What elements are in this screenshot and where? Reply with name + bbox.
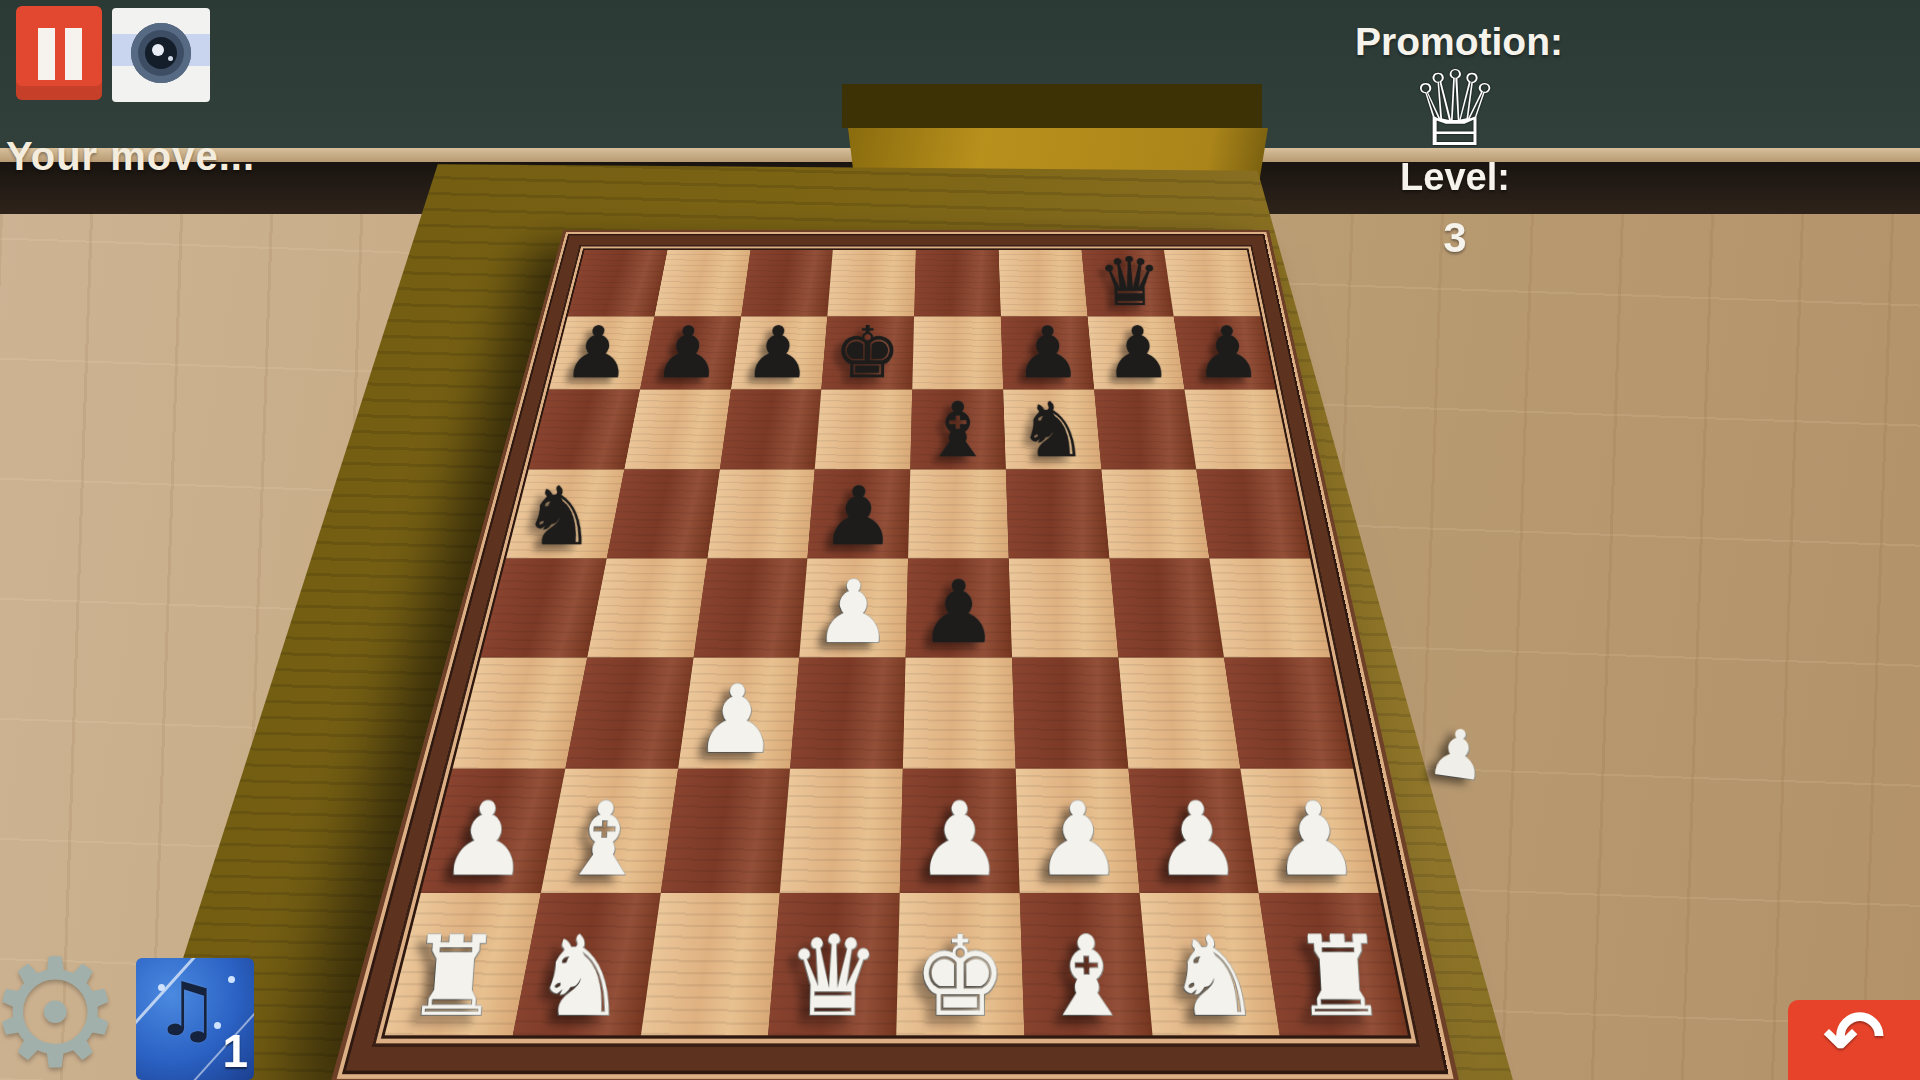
square-g7[interactable]: ♟ (1087, 316, 1184, 389)
square-h3[interactable] (1224, 657, 1353, 768)
square-c3[interactable]: ♟ (678, 657, 800, 768)
pause-icon (38, 28, 55, 80)
square-c5[interactable] (707, 470, 815, 559)
square-d6[interactable] (815, 389, 912, 469)
square-b5[interactable] (607, 470, 720, 559)
square-d2[interactable] (780, 768, 903, 893)
square-a5[interactable]: ♞ (506, 470, 624, 559)
square-h8[interactable] (1164, 250, 1260, 316)
square-c8[interactable] (741, 250, 833, 316)
square-f4[interactable] (1009, 558, 1118, 657)
black-pawn[interactable]: ♟ (1092, 313, 1185, 392)
square-f2[interactable]: ♟ (1015, 768, 1139, 893)
square-d4[interactable]: ♟ (799, 558, 908, 657)
square-f3[interactable] (1012, 657, 1128, 768)
black-pawn[interactable]: ♟ (640, 313, 734, 392)
square-e5[interactable] (908, 470, 1009, 559)
square-d1[interactable]: ♛ (768, 893, 899, 1035)
white-pawn[interactable]: ♟ (900, 784, 1020, 897)
square-f5[interactable] (1006, 470, 1109, 559)
square-g5[interactable] (1101, 470, 1210, 559)
square-b8[interactable] (654, 250, 750, 316)
black-pawn[interactable]: ♟ (731, 313, 823, 392)
square-g1[interactable]: ♞ (1139, 893, 1280, 1035)
square-b6[interactable] (624, 389, 731, 469)
square-c6[interactable] (719, 389, 821, 469)
chess-3d-app: ♛♟♟♟♚♟♟♟♝♞♞♟♟♟♟♟♝♟♟♟♟♜♞♛♚♝♞♜ ♟ Your move… (0, 0, 1920, 1080)
square-g4[interactable] (1109, 558, 1224, 657)
pause-icon (65, 28, 82, 80)
level-label: Level: (1355, 156, 1555, 199)
white-knight[interactable]: ♞ (1148, 916, 1279, 1039)
black-knight[interactable]: ♞ (507, 472, 612, 562)
undo-arrow-icon: ↶ (1788, 994, 1920, 1080)
camera-lens-glint (168, 56, 173, 61)
square-e4[interactable]: ♟ (906, 558, 1012, 657)
square-c4[interactable] (693, 558, 807, 657)
black-queen[interactable]: ♛ (1085, 245, 1173, 320)
camera-button[interactable] (112, 8, 210, 102)
white-pawn[interactable]: ♟ (1136, 784, 1259, 897)
square-h2[interactable]: ♟ (1241, 768, 1379, 893)
undo-button[interactable]: ↶ (1788, 1000, 1920, 1080)
board-grid[interactable]: ♛♟♟♟♚♟♟♟♝♞♞♟♟♟♟♟♝♟♟♟♟♜♞♛♚♝♞♜ (385, 250, 1408, 1035)
square-h6[interactable] (1185, 389, 1292, 469)
square-d5[interactable]: ♟ (808, 470, 911, 559)
square-a4[interactable] (481, 558, 607, 657)
square-b2[interactable]: ♝ (541, 768, 678, 893)
square-d3[interactable] (790, 657, 905, 768)
camera-lens-glint (152, 44, 164, 56)
square-a6[interactable] (529, 389, 640, 469)
white-pawn[interactable]: ♟ (800, 564, 907, 661)
status-text: Your move... (6, 134, 255, 179)
square-d7[interactable]: ♚ (821, 316, 914, 389)
music-count-badge: 1 (222, 1024, 248, 1078)
level-value: 3 (1355, 214, 1555, 262)
square-g3[interactable] (1118, 657, 1241, 768)
white-bishop[interactable]: ♝ (1023, 916, 1152, 1039)
black-pawn[interactable]: ♟ (808, 472, 909, 562)
square-e3[interactable] (903, 657, 1016, 768)
black-knight[interactable]: ♞ (1005, 388, 1101, 472)
square-d8[interactable] (827, 250, 915, 316)
captured-white-pawn: ♟ (1423, 712, 1492, 796)
square-f8[interactable] (999, 250, 1088, 316)
black-pawn[interactable]: ♟ (1181, 313, 1275, 392)
white-pawn[interactable]: ♟ (1253, 784, 1378, 897)
square-g8[interactable]: ♛ (1081, 250, 1174, 316)
square-e2[interactable]: ♟ (900, 768, 1020, 893)
square-h7[interactable]: ♟ (1174, 316, 1276, 389)
white-pawn[interactable]: ♟ (678, 668, 793, 772)
white-rook[interactable]: ♜ (386, 916, 522, 1039)
square-f7[interactable]: ♟ (1001, 316, 1094, 389)
square-a8[interactable] (568, 250, 668, 316)
white-queen[interactable]: ♛ (769, 916, 898, 1039)
square-f1[interactable]: ♝ (1019, 893, 1152, 1035)
square-g2[interactable]: ♟ (1128, 768, 1259, 893)
promotion-queen-icon[interactable]: ♕ (1355, 48, 1555, 170)
white-king[interactable]: ♚ (896, 916, 1024, 1039)
square-a7[interactable]: ♟ (549, 316, 654, 389)
square-b4[interactable] (587, 558, 707, 657)
square-b7[interactable]: ♟ (640, 316, 741, 389)
music-sparkle-dot (158, 984, 165, 991)
square-e8[interactable] (914, 250, 1001, 316)
black-pawn[interactable]: ♟ (906, 564, 1012, 661)
black-king[interactable]: ♚ (822, 313, 913, 392)
square-e1[interactable]: ♚ (896, 893, 1024, 1035)
black-pawn[interactable]: ♟ (1002, 313, 1093, 392)
black-bishop[interactable]: ♝ (910, 388, 1005, 472)
white-pawn[interactable]: ♟ (422, 784, 548, 897)
square-f6[interactable]: ♞ (1003, 389, 1101, 469)
square-e6[interactable]: ♝ (910, 389, 1005, 469)
black-pawn[interactable]: ♟ (550, 313, 645, 392)
square-h1[interactable]: ♜ (1259, 893, 1408, 1035)
music-button[interactable]: ♫ 1 (136, 958, 254, 1080)
white-bishop[interactable]: ♝ (541, 784, 665, 897)
square-c1[interactable] (640, 893, 780, 1035)
white-pawn[interactable]: ♟ (1018, 784, 1139, 897)
square-h5[interactable] (1196, 470, 1310, 559)
white-knight[interactable]: ♞ (513, 916, 646, 1039)
settings-gear-icon[interactable]: ⚙ (0, 938, 122, 1080)
square-b3[interactable] (565, 657, 693, 768)
chair-top-edge (842, 84, 1262, 128)
music-sparkle-dot (228, 976, 235, 983)
square-a3[interactable] (453, 657, 587, 768)
square-h4[interactable] (1210, 558, 1331, 657)
square-c2[interactable] (660, 768, 790, 893)
pause-button[interactable] (16, 6, 102, 100)
white-rook[interactable]: ♜ (1274, 916, 1408, 1039)
square-e7[interactable] (912, 316, 1003, 389)
square-g6[interactable] (1094, 389, 1197, 469)
music-sparkle-dot (214, 1022, 221, 1029)
square-c7[interactable]: ♟ (731, 316, 828, 389)
